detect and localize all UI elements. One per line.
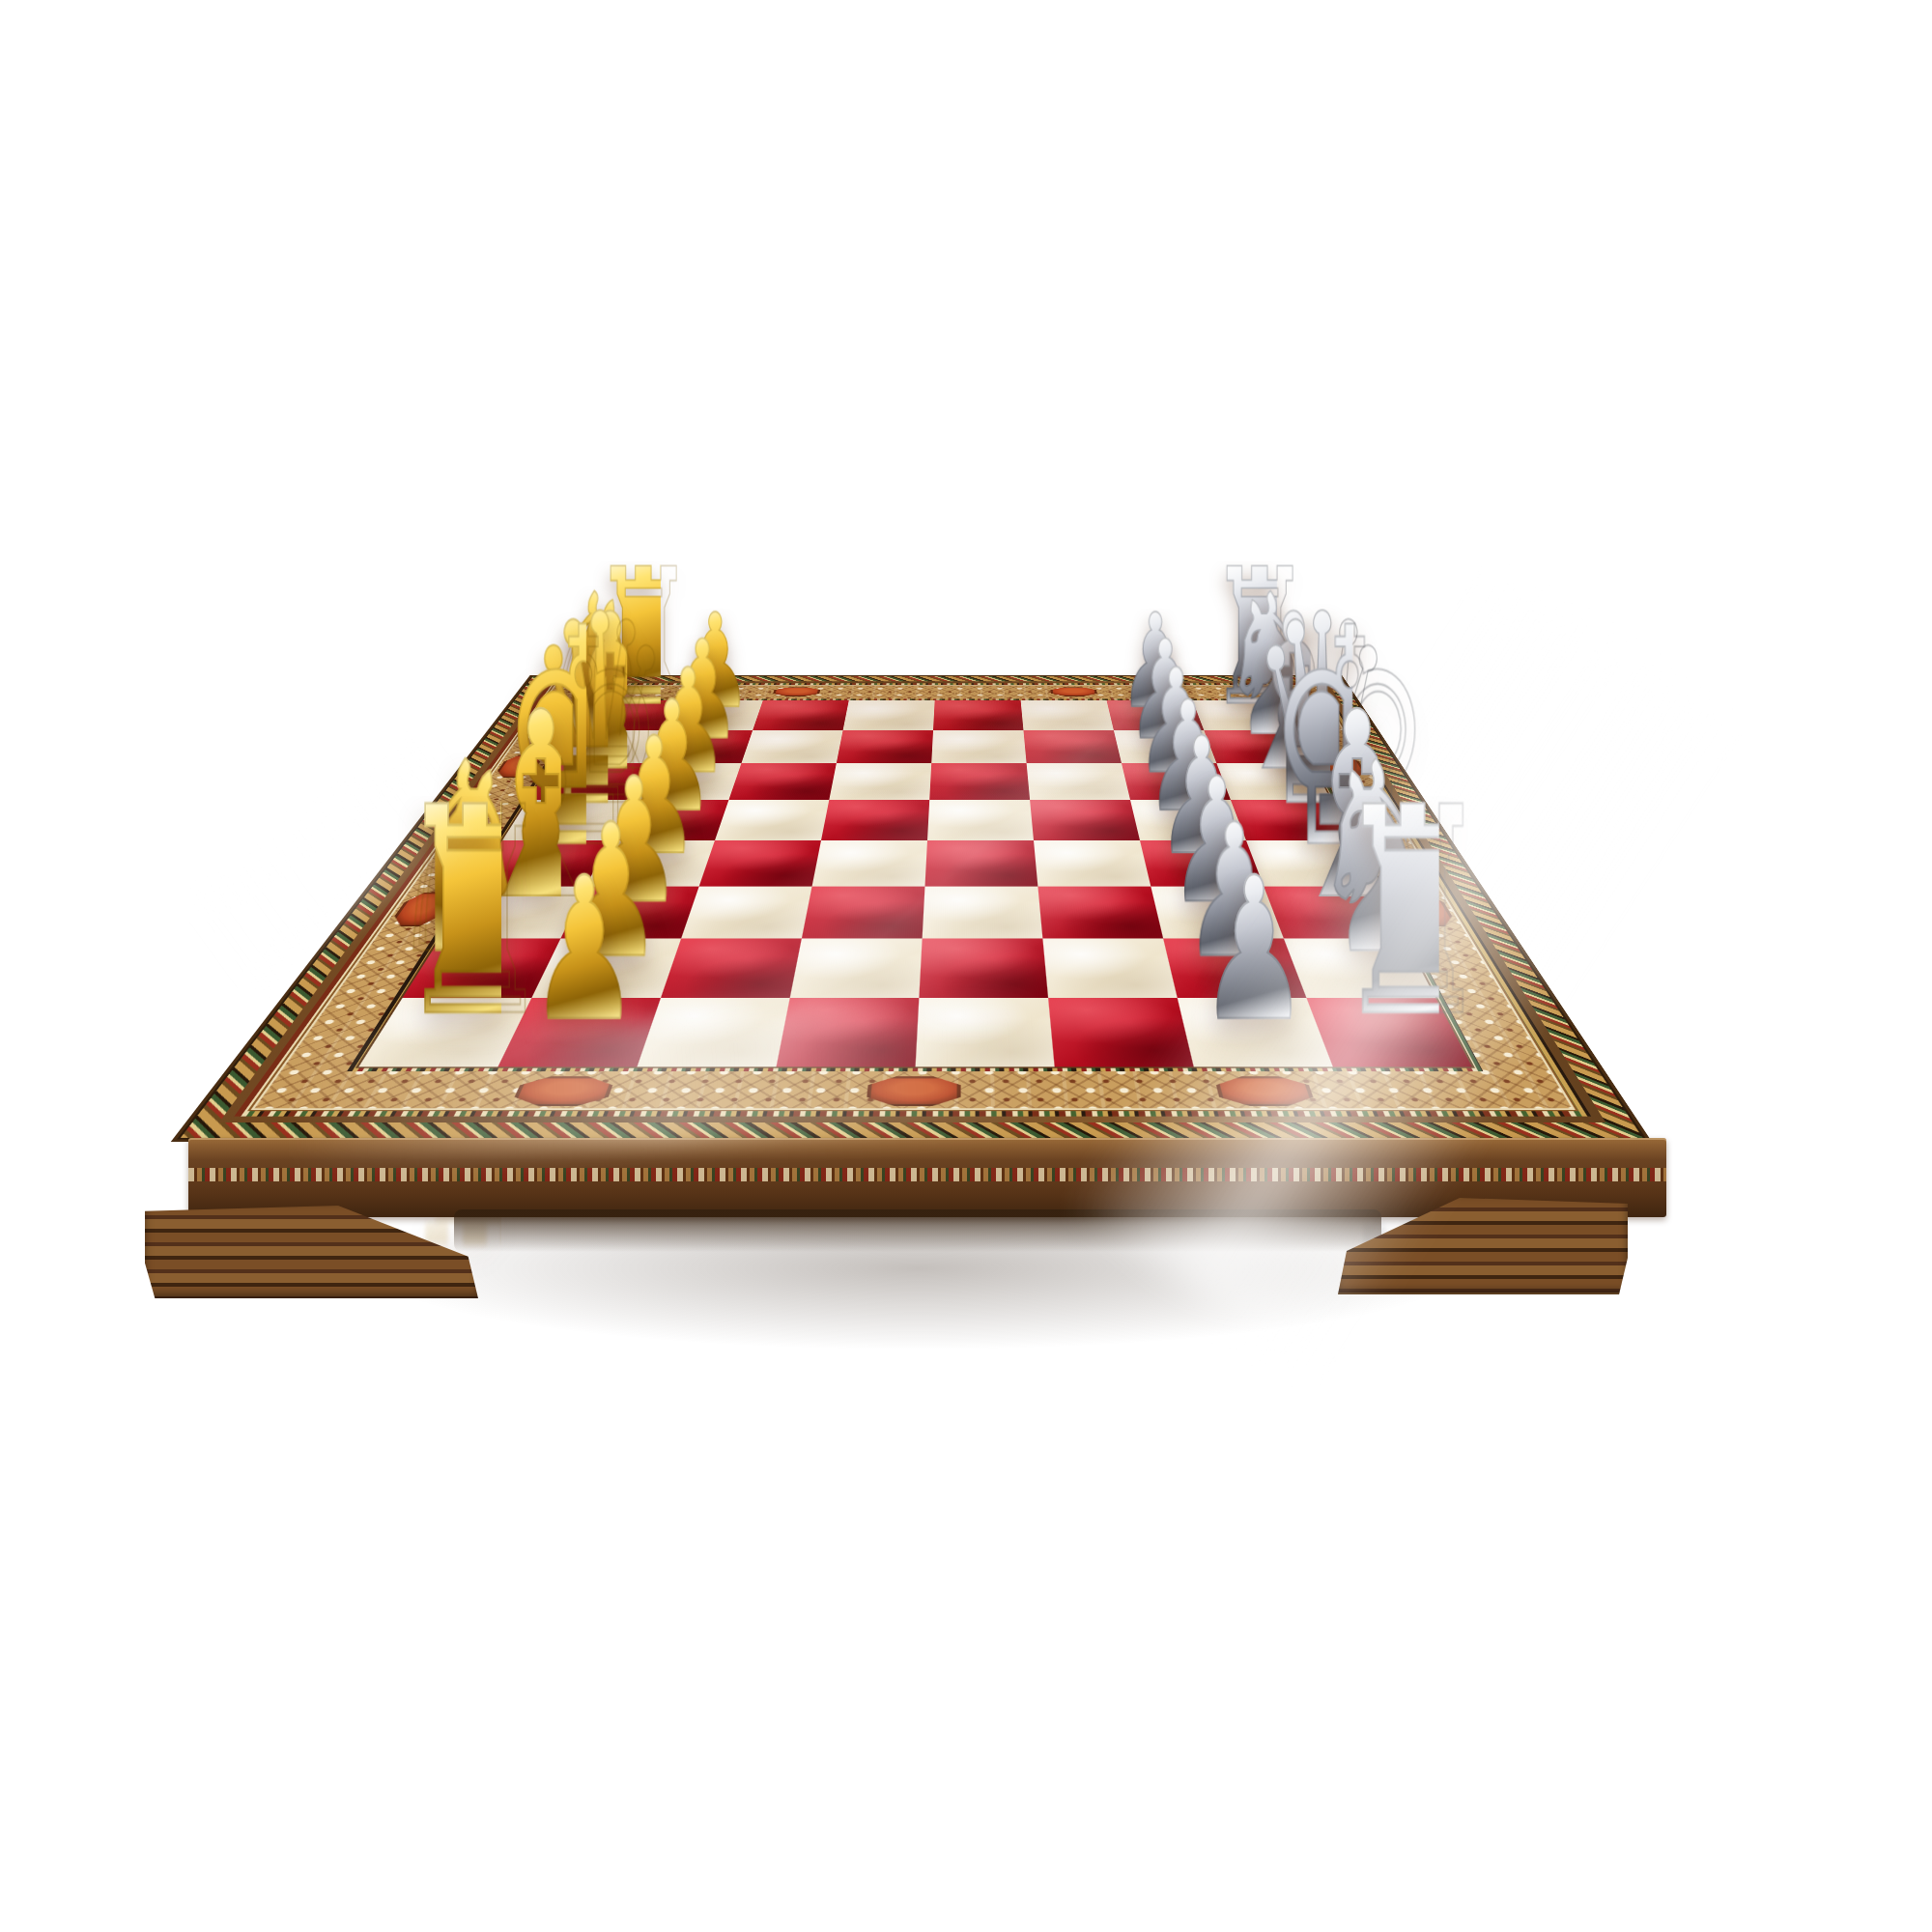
chess-set-photo: ♜♜♟♟♟♟♜♜♞♞♟♟♟♟♞♞♝♝♟♟♟♟♝♝♛♛♟♟♟♟♛♛♚♚♟♟♟♟♚♚… (0, 0, 1932, 1932)
black-pawn-glyph: ♟ (1200, 869, 1305, 1031)
square-f5[interactable] (923, 887, 1043, 939)
square-c5[interactable] (929, 763, 1030, 800)
square-c4[interactable] (829, 763, 931, 800)
square-g4[interactable] (790, 938, 923, 998)
black-rook-glyph: ♜ (1333, 796, 1438, 1031)
plinth-shadow (454, 1209, 1381, 1252)
square-h4[interactable] (777, 998, 920, 1066)
white-rook-glyph: ♜ (395, 796, 500, 1031)
square-a4[interactable] (843, 700, 935, 730)
square-g5[interactable] (919, 938, 1048, 998)
chess-board: ♜♜♟♟♟♟♜♜♞♞♟♟♟♟♞♞♝♝♟♟♟♟♝♝♛♛♟♟♟♟♛♛♚♚♟♟♟♟♚♚… (177, 676, 1647, 1140)
white-pawn-glyph: ♟ (529, 869, 635, 1031)
piece-gold-pawn-h2[interactable]: ♟♟ (497, 869, 668, 1031)
square-a5[interactable] (933, 700, 1023, 730)
square-h5[interactable] (916, 998, 1055, 1066)
piece-silver-pawn-h7[interactable]: ♟♟ (1167, 869, 1338, 1031)
square-f4[interactable] (802, 887, 925, 939)
